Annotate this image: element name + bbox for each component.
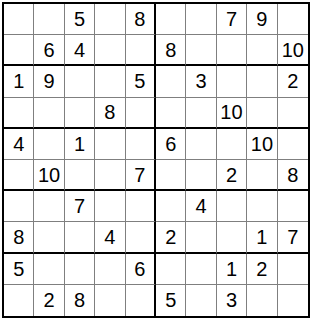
sudoku-page: 5879648101953281041610107287484217561228…	[0, 0, 312, 320]
cell-r9c6-empty[interactable]	[156, 254, 186, 285]
cell-r2c4-empty[interactable]	[95, 35, 125, 66]
cell-r4c9-empty[interactable]	[247, 98, 277, 129]
cell-r8c8-empty[interactable]	[217, 222, 247, 253]
cell-r9c2-empty[interactable]	[34, 254, 64, 285]
cell-r7c10-empty[interactable]	[278, 191, 308, 222]
cell-r8c10-given[interactable]: 7	[278, 222, 308, 253]
cell-r9c9-given[interactable]: 2	[247, 254, 277, 285]
cell-r5c7-empty[interactable]	[186, 129, 216, 160]
cell-r6c2-given[interactable]: 10	[34, 160, 64, 191]
cell-r1c4-empty[interactable]	[95, 4, 125, 35]
cell-r9c4-empty[interactable]	[95, 254, 125, 285]
cell-r8c3-empty[interactable]	[65, 222, 95, 253]
cell-r3c8-empty[interactable]	[217, 66, 247, 97]
cell-r4c4-given[interactable]: 8	[95, 98, 125, 129]
cell-r4c1-empty[interactable]	[4, 98, 34, 129]
cell-r3c6-empty[interactable]	[156, 66, 186, 97]
cell-r5c10-empty[interactable]	[278, 129, 308, 160]
cell-r5c3-given[interactable]: 1	[65, 129, 95, 160]
cell-r2c2-given[interactable]: 6	[34, 35, 64, 66]
cell-r10c7-empty[interactable]	[186, 285, 216, 316]
cell-r2c5-empty[interactable]	[126, 35, 156, 66]
cell-r1c1-empty[interactable]	[4, 4, 34, 35]
cell-r10c2-given[interactable]: 2	[34, 285, 64, 316]
cell-r1c8-given[interactable]: 7	[217, 4, 247, 35]
cell-r8c4-given[interactable]: 4	[95, 222, 125, 253]
cell-r8c1-given[interactable]: 8	[4, 222, 34, 253]
cell-r6c9-empty[interactable]	[247, 160, 277, 191]
cell-r3c2-given[interactable]: 9	[34, 66, 64, 97]
cell-r4c10-empty[interactable]	[278, 98, 308, 129]
cell-r10c1-empty[interactable]	[4, 285, 34, 316]
cell-r9c3-empty[interactable]	[65, 254, 95, 285]
cell-r6c6-empty[interactable]	[156, 160, 186, 191]
cell-r3c10-given[interactable]: 2	[278, 66, 308, 97]
sudoku-board: 5879648101953281041610107287484217561228…	[2, 2, 310, 318]
cell-r6c1-empty[interactable]	[4, 160, 34, 191]
cell-r2c9-empty[interactable]	[247, 35, 277, 66]
cell-r9c7-empty[interactable]	[186, 254, 216, 285]
cell-r4c7-empty[interactable]	[186, 98, 216, 129]
cell-r4c6-empty[interactable]	[156, 98, 186, 129]
cell-r5c6-given[interactable]: 6	[156, 129, 186, 160]
cell-r3c5-given[interactable]: 5	[126, 66, 156, 97]
cell-r5c4-empty[interactable]	[95, 129, 125, 160]
cell-r6c8-given[interactable]: 2	[217, 160, 247, 191]
cell-r8c9-given[interactable]: 1	[247, 222, 277, 253]
cell-r1c2-empty[interactable]	[34, 4, 64, 35]
cell-r3c3-empty[interactable]	[65, 66, 95, 97]
cell-r1c3-given[interactable]: 5	[65, 4, 95, 35]
cell-r10c8-given[interactable]: 3	[217, 285, 247, 316]
cell-r4c2-empty[interactable]	[34, 98, 64, 129]
cell-r1c5-given[interactable]: 8	[126, 4, 156, 35]
cell-r9c5-given[interactable]: 6	[126, 254, 156, 285]
cell-r3c1-given[interactable]: 1	[4, 66, 34, 97]
cell-r5c9-given[interactable]: 10	[247, 129, 277, 160]
cell-r6c7-empty[interactable]	[186, 160, 216, 191]
cell-r1c10-empty[interactable]	[278, 4, 308, 35]
cell-r8c5-empty[interactable]	[126, 222, 156, 253]
cell-r4c5-empty[interactable]	[126, 98, 156, 129]
cell-r7c8-empty[interactable]	[217, 191, 247, 222]
cell-r9c10-empty[interactable]	[278, 254, 308, 285]
cell-r5c1-given[interactable]: 4	[4, 129, 34, 160]
cell-r1c6-empty[interactable]	[156, 4, 186, 35]
cell-r10c4-empty[interactable]	[95, 285, 125, 316]
cell-r10c6-given[interactable]: 5	[156, 285, 186, 316]
cell-r3c4-empty[interactable]	[95, 66, 125, 97]
cell-r2c7-empty[interactable]	[186, 35, 216, 66]
cell-r1c7-empty[interactable]	[186, 4, 216, 35]
cell-r6c10-given[interactable]: 8	[278, 160, 308, 191]
cell-r7c9-empty[interactable]	[247, 191, 277, 222]
cell-r10c3-given[interactable]: 8	[65, 285, 95, 316]
cell-r9c1-given[interactable]: 5	[4, 254, 34, 285]
cell-r2c6-given[interactable]: 8	[156, 35, 186, 66]
cell-r2c8-empty[interactable]	[217, 35, 247, 66]
cell-r6c4-empty[interactable]	[95, 160, 125, 191]
cell-r2c10-given[interactable]: 10	[278, 35, 308, 66]
cell-r9c8-given[interactable]: 1	[217, 254, 247, 285]
cell-r2c3-given[interactable]: 4	[65, 35, 95, 66]
cell-r3c7-given[interactable]: 3	[186, 66, 216, 97]
cell-r5c5-empty[interactable]	[126, 129, 156, 160]
cell-r4c3-empty[interactable]	[65, 98, 95, 129]
cell-r8c7-empty[interactable]	[186, 222, 216, 253]
cell-r7c4-empty[interactable]	[95, 191, 125, 222]
cell-r7c3-given[interactable]: 7	[65, 191, 95, 222]
cell-r10c10-empty[interactable]	[278, 285, 308, 316]
cell-r7c6-empty[interactable]	[156, 191, 186, 222]
cell-r8c2-empty[interactable]	[34, 222, 64, 253]
cell-r2c1-empty[interactable]	[4, 35, 34, 66]
cell-r7c2-empty[interactable]	[34, 191, 64, 222]
cell-r7c1-empty[interactable]	[4, 191, 34, 222]
cell-r10c5-empty[interactable]	[126, 285, 156, 316]
cell-r7c5-empty[interactable]	[126, 191, 156, 222]
cell-r10c9-empty[interactable]	[247, 285, 277, 316]
cell-r6c5-given[interactable]: 7	[126, 160, 156, 191]
cell-r8c6-given[interactable]: 2	[156, 222, 186, 253]
cell-r5c2-empty[interactable]	[34, 129, 64, 160]
cell-r4c8-given[interactable]: 10	[217, 98, 247, 129]
cell-r1c9-given[interactable]: 9	[247, 4, 277, 35]
cell-r5c8-empty[interactable]	[217, 129, 247, 160]
cell-r7c7-given[interactable]: 4	[186, 191, 216, 222]
cell-r3c9-empty[interactable]	[247, 66, 277, 97]
cell-r6c3-empty[interactable]	[65, 160, 95, 191]
